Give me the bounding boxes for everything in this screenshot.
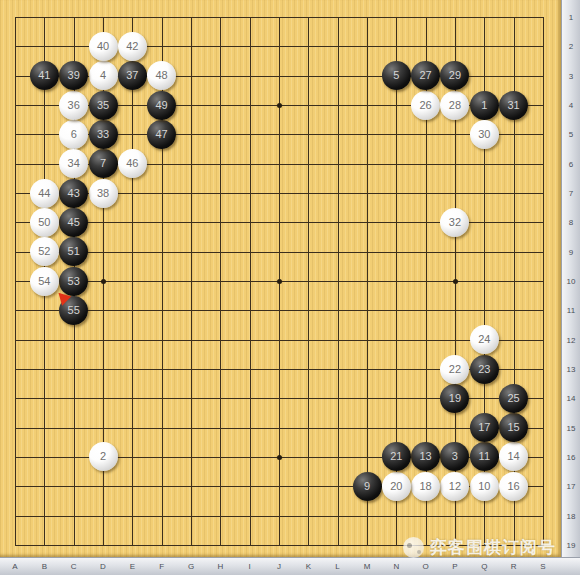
grid-vertical-line [308, 17, 309, 546]
row-label-15: 15 [567, 423, 576, 432]
column-label-N: N [393, 562, 399, 571]
column-label-B: B [42, 562, 47, 571]
stone-23-Q13: 23 [470, 355, 499, 384]
star-point [277, 103, 282, 108]
stone-14-R16: 14 [499, 442, 528, 471]
stone-22-P13: 22 [440, 355, 469, 384]
stone-32-P8: 32 [440, 208, 469, 237]
stone-44-B7: 44 [30, 179, 59, 208]
star-point [277, 455, 282, 460]
row-label-11: 11 [567, 306, 575, 315]
star-point [453, 279, 458, 284]
stone-52-B9: 52 [30, 237, 59, 266]
stone-20-N17: 20 [382, 472, 411, 501]
stone-42-E2: 42 [118, 32, 147, 61]
row-label-3: 3 [569, 71, 573, 80]
stone-36-C4: 36 [59, 91, 88, 120]
row-label-10: 10 [567, 277, 576, 286]
column-label-F: F [159, 562, 164, 571]
stone-24-Q12: 24 [470, 325, 499, 354]
stone-15-R15: 15 [499, 413, 528, 442]
column-label-E: E [130, 562, 135, 571]
stone-6-C5: 6 [59, 120, 88, 149]
stone-37-E3: 37 [118, 61, 147, 90]
column-label-G: G [188, 562, 194, 571]
row-label-17: 17 [567, 482, 576, 491]
row-label-6: 6 [569, 159, 573, 168]
column-label-K: K [306, 562, 311, 571]
stone-41-B3: 41 [30, 61, 59, 90]
grid-vertical-line [367, 17, 368, 546]
stone-13-O16: 13 [411, 442, 440, 471]
row-label-9: 9 [569, 247, 573, 256]
stone-40-D2: 40 [89, 32, 118, 61]
stone-7-D6: 7 [89, 149, 118, 178]
grid-horizontal-line [15, 310, 544, 311]
column-label-D: D [100, 562, 106, 571]
stone-17-Q15: 17 [470, 413, 499, 442]
go-board-app: 1234567910111213141516171819202122232425… [0, 0, 580, 575]
row-label-7: 7 [569, 189, 573, 198]
stone-35-D4: 35 [89, 91, 118, 120]
stone-28-P4: 28 [440, 91, 469, 120]
row-label-19: 19 [567, 540, 576, 549]
stone-49-F4: 49 [147, 91, 176, 120]
stone-25-R14: 25 [499, 384, 528, 413]
stone-45-C8: 45 [59, 208, 88, 237]
row-label-16: 16 [567, 452, 576, 461]
column-label-C: C [71, 562, 77, 571]
column-label-M: M [364, 562, 371, 571]
stone-51-C9: 51 [59, 237, 88, 266]
stone-2-D16: 2 [89, 442, 118, 471]
stone-48-F3: 48 [147, 61, 176, 90]
stone-11-Q16: 11 [470, 442, 499, 471]
stone-53-C10: 53 [59, 267, 88, 296]
column-coordinate-strip: ABCDEFGHIJKLMNOPQRS [0, 557, 580, 575]
stone-29-P3: 29 [440, 61, 469, 90]
grid-horizontal-line [15, 516, 544, 517]
stone-1-Q4: 1 [470, 91, 499, 120]
stone-30-Q5: 30 [470, 120, 499, 149]
row-label-12: 12 [567, 335, 576, 344]
row-label-14: 14 [567, 394, 576, 403]
stone-16-R17: 16 [499, 472, 528, 501]
grid-vertical-line [543, 17, 544, 546]
stone-4-D3: 4 [89, 61, 118, 90]
star-point [101, 279, 106, 284]
stone-38-D7: 38 [89, 179, 118, 208]
stone-21-N16: 21 [382, 442, 411, 471]
row-label-18: 18 [567, 511, 576, 520]
row-label-5: 5 [569, 130, 573, 139]
row-label-2: 2 [569, 42, 573, 51]
stone-5-N3: 5 [382, 61, 411, 90]
stone-19-P14: 19 [440, 384, 469, 413]
stone-3-P16: 3 [440, 442, 469, 471]
stone-34-C6: 34 [59, 149, 88, 178]
stone-47-F5: 47 [147, 120, 176, 149]
grid-horizontal-line [15, 545, 544, 546]
stone-39-C3: 39 [59, 61, 88, 90]
stone-18-O17: 18 [411, 472, 440, 501]
row-coordinate-strip: 12345678910111213141516171819 [561, 0, 580, 557]
column-label-O: O [422, 562, 428, 571]
go-board[interactable]: 1234567910111213141516171819202122232425… [0, 0, 561, 557]
stone-31-R4: 31 [499, 91, 528, 120]
grid-horizontal-line [15, 340, 544, 341]
grid-horizontal-line [15, 428, 544, 429]
stone-10-Q17: 10 [470, 472, 499, 501]
stone-54-B10: 54 [30, 267, 59, 296]
row-label-4: 4 [569, 101, 573, 110]
column-label-S: S [540, 562, 545, 571]
column-label-J: J [277, 562, 281, 571]
column-label-A: A [12, 562, 17, 571]
stone-9-M17: 9 [353, 472, 382, 501]
column-label-Q: Q [481, 562, 487, 571]
column-label-R: R [511, 562, 517, 571]
stone-43-C7: 43 [59, 179, 88, 208]
stone-46-E6: 46 [118, 149, 147, 178]
star-point [277, 279, 282, 284]
stone-50-B8: 50 [30, 208, 59, 237]
row-label-13: 13 [567, 365, 576, 374]
column-label-L: L [335, 562, 339, 571]
stone-12-P17: 12 [440, 472, 469, 501]
stone-33-D5: 33 [89, 120, 118, 149]
column-label-H: H [217, 562, 223, 571]
grid-vertical-line [338, 17, 339, 546]
stone-27-O3: 27 [411, 61, 440, 90]
column-label-P: P [452, 562, 457, 571]
stone-26-O4: 26 [411, 91, 440, 120]
row-label-1: 1 [569, 13, 573, 22]
column-label-I: I [248, 562, 250, 571]
row-label-8: 8 [569, 218, 573, 227]
